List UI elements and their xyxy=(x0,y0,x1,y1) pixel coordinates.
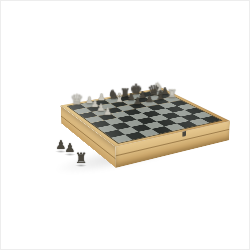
square-a1 xyxy=(111,135,132,143)
piece-silver-pawn: ♟ xyxy=(95,107,119,117)
box-latch xyxy=(183,131,187,137)
piece-dark-pawn: ♟ xyxy=(126,96,149,106)
square-h5 xyxy=(170,100,188,106)
chess-box: ♛♟♟♞♜♚♞♟♝♟♟♛♟♟♟♟♝♜♟ xyxy=(60,88,230,147)
captured-piece-dark-rook: ♜ xyxy=(69,151,93,165)
chess-set-product-photo: ♛♟♟♞♜♚♞♟♝♟♟♛♟♟♟♟♝♜♟ ♟♟♜ xyxy=(0,0,250,250)
